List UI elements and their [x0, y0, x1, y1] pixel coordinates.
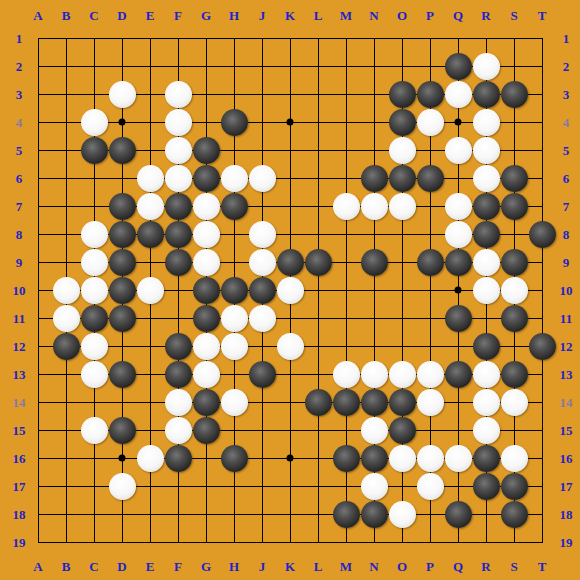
intersection-P16[interactable]: [416, 444, 444, 472]
intersection-A18[interactable]: [24, 500, 52, 528]
intersection-C10[interactable]: [80, 276, 108, 304]
intersection-D5[interactable]: [108, 136, 136, 164]
intersection-K17[interactable]: [276, 472, 304, 500]
intersection-L17[interactable]: [304, 472, 332, 500]
intersection-A10[interactable]: [24, 276, 52, 304]
intersection-H15[interactable]: [220, 416, 248, 444]
intersection-C6[interactable]: [80, 164, 108, 192]
intersection-N17[interactable]: [360, 472, 388, 500]
intersection-O1[interactable]: [388, 24, 416, 52]
intersection-L5[interactable]: [304, 136, 332, 164]
intersection-F1[interactable]: [164, 24, 192, 52]
intersection-E2[interactable]: [136, 52, 164, 80]
intersection-F3[interactable]: [164, 80, 192, 108]
intersection-F10[interactable]: [164, 276, 192, 304]
intersection-P5[interactable]: [416, 136, 444, 164]
intersection-S12[interactable]: [500, 332, 528, 360]
intersection-G8[interactable]: [192, 220, 220, 248]
intersection-N4[interactable]: [360, 108, 388, 136]
intersection-K19[interactable]: [276, 528, 304, 556]
intersection-O18[interactable]: [388, 500, 416, 528]
intersection-Q8[interactable]: [444, 220, 472, 248]
intersection-N12[interactable]: [360, 332, 388, 360]
intersection-C4[interactable]: [80, 108, 108, 136]
intersection-T8[interactable]: [528, 220, 556, 248]
intersection-D17[interactable]: [108, 472, 136, 500]
intersection-M4[interactable]: [332, 108, 360, 136]
intersection-K2[interactable]: [276, 52, 304, 80]
intersection-S7[interactable]: [500, 192, 528, 220]
intersection-O19[interactable]: [388, 528, 416, 556]
intersection-M13[interactable]: [332, 360, 360, 388]
intersection-O13[interactable]: [388, 360, 416, 388]
intersection-J9[interactable]: [248, 248, 276, 276]
intersection-M19[interactable]: [332, 528, 360, 556]
intersection-N7[interactable]: [360, 192, 388, 220]
intersection-T12[interactable]: [528, 332, 556, 360]
intersection-E8[interactable]: [136, 220, 164, 248]
intersection-G5[interactable]: [192, 136, 220, 164]
intersection-M12[interactable]: [332, 332, 360, 360]
intersection-D15[interactable]: [108, 416, 136, 444]
intersection-M16[interactable]: [332, 444, 360, 472]
intersection-P17[interactable]: [416, 472, 444, 500]
intersection-C1[interactable]: [80, 24, 108, 52]
intersection-T4[interactable]: [528, 108, 556, 136]
intersection-O4[interactable]: [388, 108, 416, 136]
intersection-N16[interactable]: [360, 444, 388, 472]
intersection-Q18[interactable]: [444, 500, 472, 528]
intersection-T19[interactable]: [528, 528, 556, 556]
intersection-L11[interactable]: [304, 304, 332, 332]
intersection-A7[interactable]: [24, 192, 52, 220]
intersection-H19[interactable]: [220, 528, 248, 556]
intersection-H1[interactable]: [220, 24, 248, 52]
intersection-G6[interactable]: [192, 164, 220, 192]
intersection-J4[interactable]: [248, 108, 276, 136]
intersection-O10[interactable]: [388, 276, 416, 304]
intersection-K6[interactable]: [276, 164, 304, 192]
intersection-M2[interactable]: [332, 52, 360, 80]
intersection-C8[interactable]: [80, 220, 108, 248]
intersection-T17[interactable]: [528, 472, 556, 500]
intersection-B14[interactable]: [52, 388, 80, 416]
intersection-B12[interactable]: [52, 332, 80, 360]
intersection-G7[interactable]: [192, 192, 220, 220]
intersection-C18[interactable]: [80, 500, 108, 528]
intersection-D3[interactable]: [108, 80, 136, 108]
intersection-S6[interactable]: [500, 164, 528, 192]
intersection-B11[interactable]: [52, 304, 80, 332]
intersection-T18[interactable]: [528, 500, 556, 528]
intersection-Q3[interactable]: [444, 80, 472, 108]
intersection-L3[interactable]: [304, 80, 332, 108]
intersection-S9[interactable]: [500, 248, 528, 276]
intersection-F6[interactable]: [164, 164, 192, 192]
intersection-J7[interactable]: [248, 192, 276, 220]
intersection-G11[interactable]: [192, 304, 220, 332]
intersection-O6[interactable]: [388, 164, 416, 192]
intersection-J3[interactable]: [248, 80, 276, 108]
intersection-A12[interactable]: [24, 332, 52, 360]
intersection-E19[interactable]: [136, 528, 164, 556]
intersection-P10[interactable]: [416, 276, 444, 304]
intersection-G2[interactable]: [192, 52, 220, 80]
intersection-H4[interactable]: [220, 108, 248, 136]
intersection-J19[interactable]: [248, 528, 276, 556]
intersection-H9[interactable]: [220, 248, 248, 276]
intersection-F9[interactable]: [164, 248, 192, 276]
intersection-C14[interactable]: [80, 388, 108, 416]
intersection-Q14[interactable]: [444, 388, 472, 416]
intersection-H5[interactable]: [220, 136, 248, 164]
intersection-R9[interactable]: [472, 248, 500, 276]
intersection-M17[interactable]: [332, 472, 360, 500]
intersection-J18[interactable]: [248, 500, 276, 528]
intersection-E17[interactable]: [136, 472, 164, 500]
intersection-A11[interactable]: [24, 304, 52, 332]
intersection-Q6[interactable]: [444, 164, 472, 192]
intersection-F14[interactable]: [164, 388, 192, 416]
intersection-E3[interactable]: [136, 80, 164, 108]
intersection-S18[interactable]: [500, 500, 528, 528]
intersection-B4[interactable]: [52, 108, 80, 136]
intersection-A17[interactable]: [24, 472, 52, 500]
intersection-P13[interactable]: [416, 360, 444, 388]
intersection-L6[interactable]: [304, 164, 332, 192]
intersection-D12[interactable]: [108, 332, 136, 360]
intersection-T6[interactable]: [528, 164, 556, 192]
intersection-M8[interactable]: [332, 220, 360, 248]
intersection-G10[interactable]: [192, 276, 220, 304]
intersection-T13[interactable]: [528, 360, 556, 388]
intersection-M14[interactable]: [332, 388, 360, 416]
intersection-N10[interactable]: [360, 276, 388, 304]
intersection-T5[interactable]: [528, 136, 556, 164]
intersection-R19[interactable]: [472, 528, 500, 556]
intersection-C15[interactable]: [80, 416, 108, 444]
intersection-K8[interactable]: [276, 220, 304, 248]
intersection-T10[interactable]: [528, 276, 556, 304]
intersection-L4[interactable]: [304, 108, 332, 136]
intersection-P4[interactable]: [416, 108, 444, 136]
intersection-C3[interactable]: [80, 80, 108, 108]
intersection-Q19[interactable]: [444, 528, 472, 556]
intersection-B1[interactable]: [52, 24, 80, 52]
intersection-Q5[interactable]: [444, 136, 472, 164]
intersection-A2[interactable]: [24, 52, 52, 80]
intersection-T11[interactable]: [528, 304, 556, 332]
intersection-D2[interactable]: [108, 52, 136, 80]
intersection-T9[interactable]: [528, 248, 556, 276]
intersection-R14[interactable]: [472, 388, 500, 416]
intersection-K12[interactable]: [276, 332, 304, 360]
intersection-C19[interactable]: [80, 528, 108, 556]
intersection-L9[interactable]: [304, 248, 332, 276]
intersection-A3[interactable]: [24, 80, 52, 108]
intersection-F12[interactable]: [164, 332, 192, 360]
intersection-F8[interactable]: [164, 220, 192, 248]
intersection-A16[interactable]: [24, 444, 52, 472]
intersection-E13[interactable]: [136, 360, 164, 388]
intersection-R15[interactable]: [472, 416, 500, 444]
intersection-R17[interactable]: [472, 472, 500, 500]
intersection-J2[interactable]: [248, 52, 276, 80]
intersection-R12[interactable]: [472, 332, 500, 360]
intersection-D18[interactable]: [108, 500, 136, 528]
intersection-C2[interactable]: [80, 52, 108, 80]
intersection-H16[interactable]: [220, 444, 248, 472]
intersection-O14[interactable]: [388, 388, 416, 416]
intersection-F2[interactable]: [164, 52, 192, 80]
intersection-Q7[interactable]: [444, 192, 472, 220]
intersection-T16[interactable]: [528, 444, 556, 472]
intersection-J1[interactable]: [248, 24, 276, 52]
intersection-K16[interactable]: [276, 444, 304, 472]
intersection-G13[interactable]: [192, 360, 220, 388]
intersection-P3[interactable]: [416, 80, 444, 108]
intersection-A4[interactable]: [24, 108, 52, 136]
intersection-G4[interactable]: [192, 108, 220, 136]
intersection-J14[interactable]: [248, 388, 276, 416]
intersection-F17[interactable]: [164, 472, 192, 500]
intersection-K11[interactable]: [276, 304, 304, 332]
intersection-R3[interactable]: [472, 80, 500, 108]
intersection-P6[interactable]: [416, 164, 444, 192]
intersection-D14[interactable]: [108, 388, 136, 416]
intersection-K10[interactable]: [276, 276, 304, 304]
intersection-B16[interactable]: [52, 444, 80, 472]
intersection-K3[interactable]: [276, 80, 304, 108]
intersection-D13[interactable]: [108, 360, 136, 388]
intersection-F19[interactable]: [164, 528, 192, 556]
intersection-M7[interactable]: [332, 192, 360, 220]
intersection-J12[interactable]: [248, 332, 276, 360]
intersection-Q13[interactable]: [444, 360, 472, 388]
intersection-D1[interactable]: [108, 24, 136, 52]
intersection-B3[interactable]: [52, 80, 80, 108]
intersection-S4[interactable]: [500, 108, 528, 136]
intersection-L2[interactable]: [304, 52, 332, 80]
intersection-O9[interactable]: [388, 248, 416, 276]
intersection-N3[interactable]: [360, 80, 388, 108]
intersection-F13[interactable]: [164, 360, 192, 388]
intersection-F15[interactable]: [164, 416, 192, 444]
intersection-B9[interactable]: [52, 248, 80, 276]
intersection-O17[interactable]: [388, 472, 416, 500]
intersection-T3[interactable]: [528, 80, 556, 108]
intersection-A8[interactable]: [24, 220, 52, 248]
intersection-B7[interactable]: [52, 192, 80, 220]
intersection-R2[interactable]: [472, 52, 500, 80]
intersection-G9[interactable]: [192, 248, 220, 276]
intersection-O2[interactable]: [388, 52, 416, 80]
intersection-A1[interactable]: [24, 24, 52, 52]
intersection-D19[interactable]: [108, 528, 136, 556]
intersection-H6[interactable]: [220, 164, 248, 192]
intersection-S2[interactable]: [500, 52, 528, 80]
intersection-T14[interactable]: [528, 388, 556, 416]
intersection-N14[interactable]: [360, 388, 388, 416]
intersection-P11[interactable]: [416, 304, 444, 332]
intersection-B19[interactable]: [52, 528, 80, 556]
intersection-N8[interactable]: [360, 220, 388, 248]
intersection-O11[interactable]: [388, 304, 416, 332]
intersection-L19[interactable]: [304, 528, 332, 556]
intersection-R1[interactable]: [472, 24, 500, 52]
intersection-S3[interactable]: [500, 80, 528, 108]
intersection-J5[interactable]: [248, 136, 276, 164]
intersection-G14[interactable]: [192, 388, 220, 416]
intersection-F4[interactable]: [164, 108, 192, 136]
intersection-H3[interactable]: [220, 80, 248, 108]
intersection-B5[interactable]: [52, 136, 80, 164]
intersection-C13[interactable]: [80, 360, 108, 388]
intersection-E14[interactable]: [136, 388, 164, 416]
intersection-Q10[interactable]: [444, 276, 472, 304]
intersection-E4[interactable]: [136, 108, 164, 136]
intersection-N18[interactable]: [360, 500, 388, 528]
intersection-M1[interactable]: [332, 24, 360, 52]
intersection-J16[interactable]: [248, 444, 276, 472]
intersection-B17[interactable]: [52, 472, 80, 500]
intersection-L14[interactable]: [304, 388, 332, 416]
intersection-L1[interactable]: [304, 24, 332, 52]
intersection-J6[interactable]: [248, 164, 276, 192]
intersection-B6[interactable]: [52, 164, 80, 192]
intersection-A9[interactable]: [24, 248, 52, 276]
intersection-M15[interactable]: [332, 416, 360, 444]
intersection-L12[interactable]: [304, 332, 332, 360]
intersection-O15[interactable]: [388, 416, 416, 444]
intersection-R7[interactable]: [472, 192, 500, 220]
intersection-J8[interactable]: [248, 220, 276, 248]
intersection-A19[interactable]: [24, 528, 52, 556]
intersection-N1[interactable]: [360, 24, 388, 52]
intersection-G15[interactable]: [192, 416, 220, 444]
intersection-C11[interactable]: [80, 304, 108, 332]
intersection-E1[interactable]: [136, 24, 164, 52]
intersection-O12[interactable]: [388, 332, 416, 360]
intersection-P7[interactable]: [416, 192, 444, 220]
intersection-R11[interactable]: [472, 304, 500, 332]
intersection-G16[interactable]: [192, 444, 220, 472]
intersection-E12[interactable]: [136, 332, 164, 360]
intersection-S16[interactable]: [500, 444, 528, 472]
intersection-L15[interactable]: [304, 416, 332, 444]
intersection-Q4[interactable]: [444, 108, 472, 136]
intersection-T15[interactable]: [528, 416, 556, 444]
intersection-R10[interactable]: [472, 276, 500, 304]
intersection-H12[interactable]: [220, 332, 248, 360]
intersection-D16[interactable]: [108, 444, 136, 472]
intersection-D4[interactable]: [108, 108, 136, 136]
intersection-Q1[interactable]: [444, 24, 472, 52]
intersection-F7[interactable]: [164, 192, 192, 220]
intersection-H14[interactable]: [220, 388, 248, 416]
intersection-E9[interactable]: [136, 248, 164, 276]
intersection-P15[interactable]: [416, 416, 444, 444]
intersection-L7[interactable]: [304, 192, 332, 220]
intersection-P18[interactable]: [416, 500, 444, 528]
intersection-K15[interactable]: [276, 416, 304, 444]
intersection-B8[interactable]: [52, 220, 80, 248]
intersection-E16[interactable]: [136, 444, 164, 472]
intersection-G19[interactable]: [192, 528, 220, 556]
intersection-H7[interactable]: [220, 192, 248, 220]
intersection-K14[interactable]: [276, 388, 304, 416]
intersection-J10[interactable]: [248, 276, 276, 304]
intersection-J15[interactable]: [248, 416, 276, 444]
intersection-E18[interactable]: [136, 500, 164, 528]
intersection-S17[interactable]: [500, 472, 528, 500]
intersection-N11[interactable]: [360, 304, 388, 332]
intersection-D10[interactable]: [108, 276, 136, 304]
intersection-R16[interactable]: [472, 444, 500, 472]
intersection-H8[interactable]: [220, 220, 248, 248]
intersection-F18[interactable]: [164, 500, 192, 528]
intersection-S11[interactable]: [500, 304, 528, 332]
intersection-Q2[interactable]: [444, 52, 472, 80]
intersection-K5[interactable]: [276, 136, 304, 164]
intersection-E7[interactable]: [136, 192, 164, 220]
intersection-E6[interactable]: [136, 164, 164, 192]
intersection-N9[interactable]: [360, 248, 388, 276]
intersection-S8[interactable]: [500, 220, 528, 248]
intersection-J17[interactable]: [248, 472, 276, 500]
intersection-D7[interactable]: [108, 192, 136, 220]
intersection-N6[interactable]: [360, 164, 388, 192]
intersection-S13[interactable]: [500, 360, 528, 388]
intersection-A13[interactable]: [24, 360, 52, 388]
intersection-Q16[interactable]: [444, 444, 472, 472]
intersection-G17[interactable]: [192, 472, 220, 500]
intersection-A14[interactable]: [24, 388, 52, 416]
intersection-N13[interactable]: [360, 360, 388, 388]
intersection-B13[interactable]: [52, 360, 80, 388]
intersection-J11[interactable]: [248, 304, 276, 332]
intersection-B15[interactable]: [52, 416, 80, 444]
intersection-G1[interactable]: [192, 24, 220, 52]
intersection-R5[interactable]: [472, 136, 500, 164]
intersection-M5[interactable]: [332, 136, 360, 164]
intersection-M11[interactable]: [332, 304, 360, 332]
intersection-R4[interactable]: [472, 108, 500, 136]
intersection-E5[interactable]: [136, 136, 164, 164]
intersection-G18[interactable]: [192, 500, 220, 528]
intersection-L10[interactable]: [304, 276, 332, 304]
intersection-B10[interactable]: [52, 276, 80, 304]
intersection-L13[interactable]: [304, 360, 332, 388]
intersection-N19[interactable]: [360, 528, 388, 556]
intersection-R6[interactable]: [472, 164, 500, 192]
intersection-H13[interactable]: [220, 360, 248, 388]
intersection-B2[interactable]: [52, 52, 80, 80]
intersection-P8[interactable]: [416, 220, 444, 248]
intersection-S15[interactable]: [500, 416, 528, 444]
intersection-J13[interactable]: [248, 360, 276, 388]
intersection-O16[interactable]: [388, 444, 416, 472]
intersection-S14[interactable]: [500, 388, 528, 416]
intersection-C7[interactable]: [80, 192, 108, 220]
intersection-D8[interactable]: [108, 220, 136, 248]
intersection-A5[interactable]: [24, 136, 52, 164]
intersection-L16[interactable]: [304, 444, 332, 472]
intersection-N15[interactable]: [360, 416, 388, 444]
intersection-K7[interactable]: [276, 192, 304, 220]
intersection-O3[interactable]: [388, 80, 416, 108]
intersection-S1[interactable]: [500, 24, 528, 52]
